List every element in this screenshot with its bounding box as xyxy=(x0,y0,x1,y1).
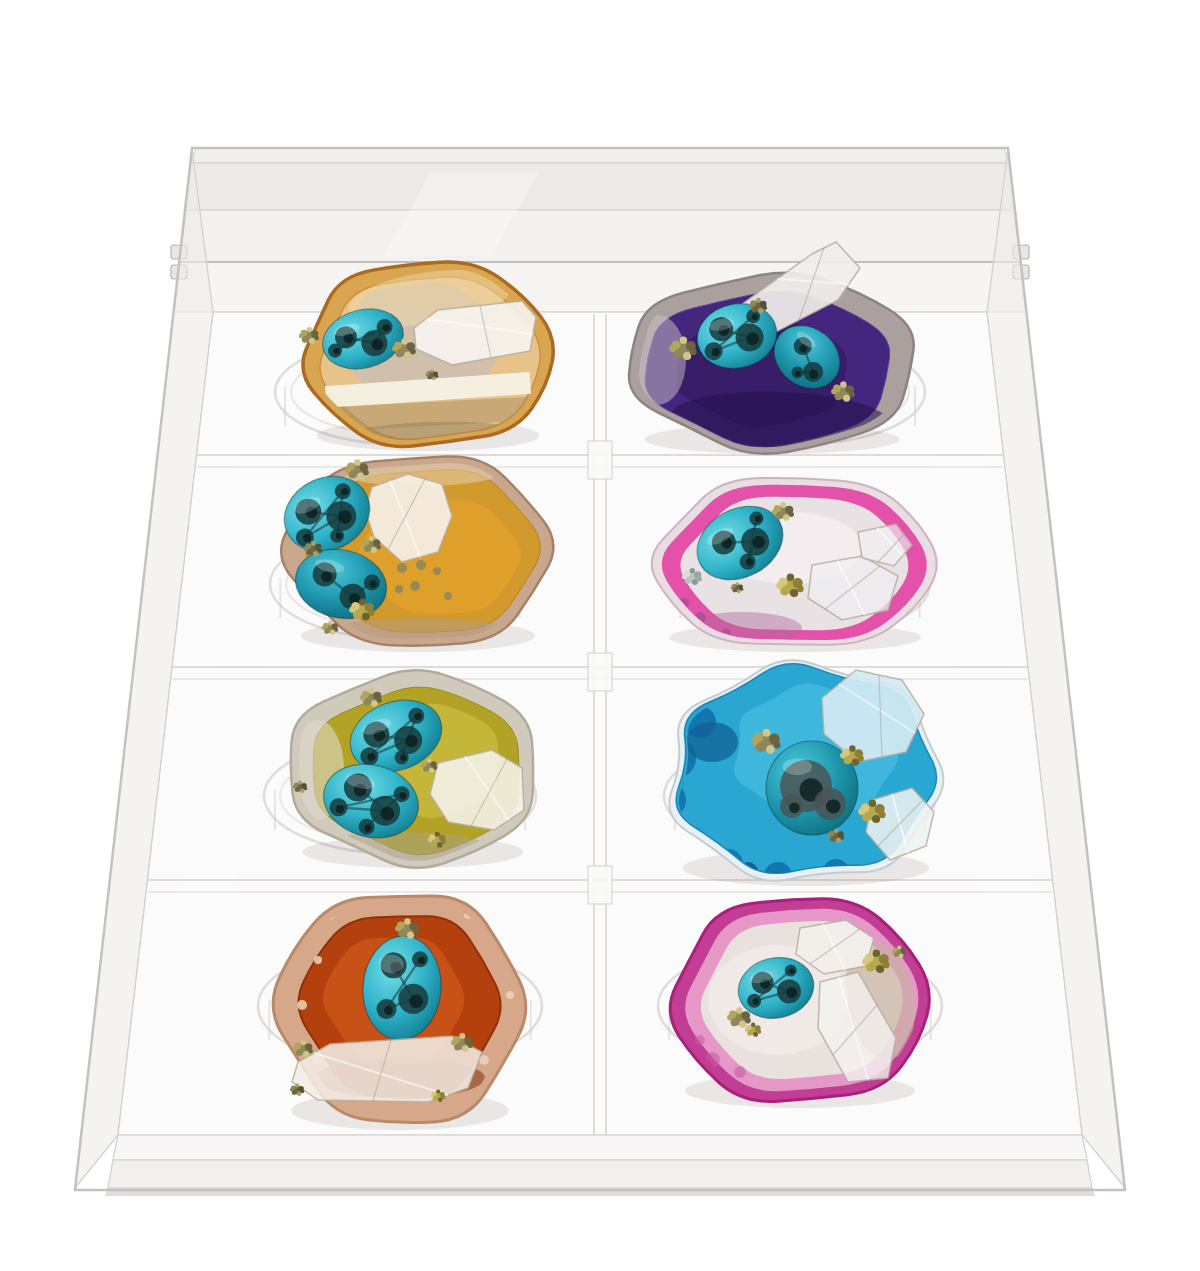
agate-speckle xyxy=(397,563,407,573)
product-photo xyxy=(0,0,1200,1271)
box-back-wall xyxy=(174,262,1026,312)
agate-patch xyxy=(686,722,738,762)
agate-speckle xyxy=(416,560,426,570)
box-lid-face xyxy=(186,163,1014,210)
agate-speckle xyxy=(695,1035,705,1045)
box-lid-strip xyxy=(191,148,1009,163)
specimen-amber-agate-slice xyxy=(299,261,553,462)
scene-svg xyxy=(0,0,1200,1271)
agate-speckle xyxy=(444,592,452,600)
agate-speckle xyxy=(297,1000,307,1010)
box-front-inner-face xyxy=(113,1135,1087,1160)
agate-speckle xyxy=(734,1066,746,1078)
agate-speckle xyxy=(314,956,322,964)
divider-cross-post xyxy=(588,441,612,479)
agate-speckle xyxy=(506,991,514,999)
box-lid-face-lower xyxy=(180,210,1020,262)
box-front-face xyxy=(108,1160,1092,1188)
divider-cross-post xyxy=(588,653,612,691)
agate-speckle xyxy=(395,585,403,593)
agate-speckle xyxy=(410,581,420,591)
agate-speckle xyxy=(433,567,441,575)
divider-cross-post xyxy=(588,866,612,904)
